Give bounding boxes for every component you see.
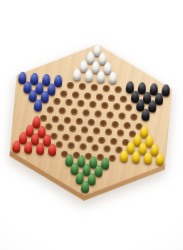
peg-yellow[interactable] <box>143 152 152 165</box>
peg-red[interactable] <box>24 141 33 154</box>
peg-black[interactable] <box>141 108 150 121</box>
peg-green[interactable] <box>94 165 103 178</box>
peg-blue[interactable] <box>34 99 43 112</box>
board-rotation-wrapper <box>0 35 183 205</box>
peg-yellow[interactable] <box>131 151 140 164</box>
peg-red[interactable] <box>48 143 57 156</box>
peg-black[interactable] <box>161 84 170 97</box>
photo-background <box>0 0 183 250</box>
pieces-layer <box>0 35 183 205</box>
peg-white[interactable] <box>108 71 117 84</box>
peg-yellow[interactable] <box>155 153 164 166</box>
peg-blue[interactable] <box>54 75 63 88</box>
peg-green[interactable] <box>81 181 90 194</box>
peg-yellow[interactable] <box>119 150 128 163</box>
peg-red[interactable] <box>12 140 21 153</box>
peg-red[interactable] <box>36 142 45 155</box>
